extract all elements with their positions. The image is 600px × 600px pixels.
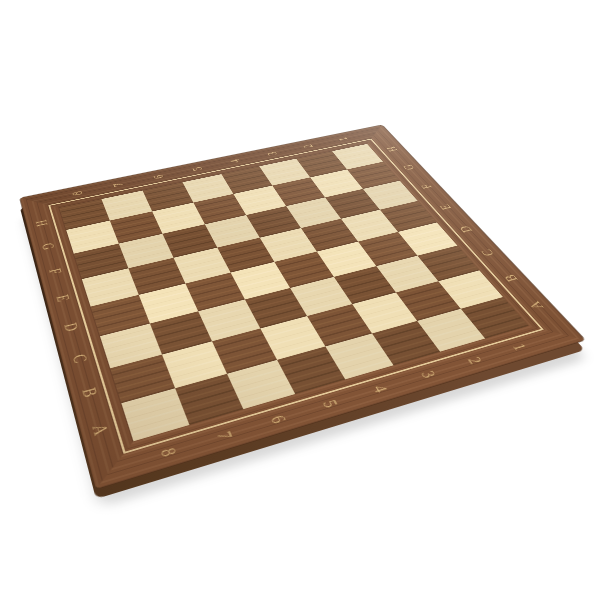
rank-label-left-7: 7 [214, 429, 236, 441]
rank-label-right-7: 7 [110, 182, 125, 188]
file-label-bottom-g: G [400, 164, 416, 171]
rank-label-left-5: 5 [320, 398, 341, 409]
file-label-bottom-h: H [384, 146, 400, 153]
rank-label-right-4: 4 [227, 158, 242, 164]
file-label-top-a: A [89, 422, 111, 437]
rank-label-right-2: 2 [300, 144, 314, 149]
file-label-top-b: B [79, 386, 100, 399]
file-label-top-d: D [61, 321, 80, 333]
rank-label-left-6: 6 [268, 413, 289, 425]
file-label-top-f: F [47, 267, 64, 276]
file-label-bottom-f: F [418, 183, 434, 190]
file-label-bottom-a: A [525, 300, 546, 311]
rank-label-right-3: 3 [264, 151, 279, 157]
rank-label-left-3: 3 [418, 369, 438, 380]
file-label-bottom-e: E [437, 204, 454, 211]
rank-label-left-1: 1 [510, 342, 530, 352]
rank-label-right-1: 1 [336, 137, 350, 142]
file-label-bottom-d: D [456, 225, 474, 234]
rank-label-right-6: 6 [150, 174, 165, 180]
file-label-top-g: G [40, 242, 57, 251]
file-label-top-c: C [70, 352, 90, 364]
rank-label-right-8: 8 [69, 190, 84, 196]
rank-label-right-5: 5 [189, 166, 204, 172]
rank-label-left-2: 2 [465, 355, 485, 365]
file-label-top-e: E [54, 293, 72, 303]
file-label-bottom-c: C [478, 248, 496, 257]
rank-label-left-8: 8 [158, 446, 180, 459]
file-label-bottom-b: B [501, 273, 520, 283]
product-photo-stage: AABBCCDDEEFFGGHH8877665544332211 [0, 0, 600, 600]
file-label-top-h: H [33, 219, 50, 228]
rank-label-left-4: 4 [370, 383, 390, 394]
